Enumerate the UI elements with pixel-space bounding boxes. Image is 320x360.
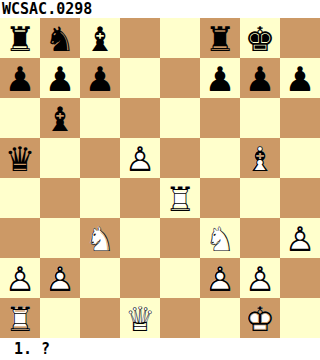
- square-d1[interactable]: ♛♕: [120, 298, 160, 338]
- square-e1[interactable]: [160, 298, 200, 338]
- square-d4[interactable]: [120, 178, 160, 218]
- square-c5[interactable]: [80, 138, 120, 178]
- move-prompt: 1. ?: [14, 340, 50, 358]
- square-a8[interactable]: ♜: [0, 18, 40, 58]
- piece-white-pawn: ♟♙: [200, 258, 240, 298]
- piece-white-knight: ♞♘: [200, 218, 240, 258]
- square-d7[interactable]: [120, 58, 160, 98]
- piece-black-king: ♚: [240, 18, 280, 58]
- piece-white-pawn: ♟♙: [40, 258, 80, 298]
- square-e7[interactable]: [160, 58, 200, 98]
- square-h3[interactable]: ♟♙: [280, 218, 320, 258]
- square-a7[interactable]: ♟: [0, 58, 40, 98]
- square-b2[interactable]: ♟♙: [40, 258, 80, 298]
- piece-white-pawn: ♟♙: [280, 218, 320, 258]
- piece-black-knight: ♞: [40, 18, 80, 58]
- square-g2[interactable]: ♟♙: [240, 258, 280, 298]
- square-b4[interactable]: [40, 178, 80, 218]
- square-g1[interactable]: ♚♔: [240, 298, 280, 338]
- square-a3[interactable]: [0, 218, 40, 258]
- piece-white-king: ♚♔: [240, 298, 280, 338]
- square-b3[interactable]: [40, 218, 80, 258]
- piece-black-pawn: ♟: [280, 58, 320, 98]
- square-e4[interactable]: ♜♖: [160, 178, 200, 218]
- square-h8[interactable]: [280, 18, 320, 58]
- square-b8[interactable]: ♞: [40, 18, 80, 58]
- square-h6[interactable]: [280, 98, 320, 138]
- square-c3[interactable]: ♞♘: [80, 218, 120, 258]
- square-f1[interactable]: [200, 298, 240, 338]
- square-c6[interactable]: [80, 98, 120, 138]
- square-b5[interactable]: [40, 138, 80, 178]
- square-d8[interactable]: [120, 18, 160, 58]
- square-e3[interactable]: [160, 218, 200, 258]
- square-d5[interactable]: ♟♙: [120, 138, 160, 178]
- square-g4[interactable]: [240, 178, 280, 218]
- square-g3[interactable]: [240, 218, 280, 258]
- square-f6[interactable]: [200, 98, 240, 138]
- square-h2[interactable]: [280, 258, 320, 298]
- square-h1[interactable]: [280, 298, 320, 338]
- piece-black-bishop: ♝: [80, 18, 120, 58]
- piece-black-pawn: ♟: [240, 58, 280, 98]
- piece-black-rook: ♜: [200, 18, 240, 58]
- piece-black-pawn: ♟: [200, 58, 240, 98]
- square-f5[interactable]: [200, 138, 240, 178]
- square-c7[interactable]: ♟: [80, 58, 120, 98]
- square-f3[interactable]: ♞♘: [200, 218, 240, 258]
- square-a6[interactable]: [0, 98, 40, 138]
- piece-black-pawn: ♟: [80, 58, 120, 98]
- piece-white-pawn: ♟♙: [120, 138, 160, 178]
- square-a4[interactable]: [0, 178, 40, 218]
- square-e8[interactable]: [160, 18, 200, 58]
- square-f2[interactable]: ♟♙: [200, 258, 240, 298]
- square-a1[interactable]: ♜♖: [0, 298, 40, 338]
- square-d2[interactable]: [120, 258, 160, 298]
- square-f8[interactable]: ♜: [200, 18, 240, 58]
- square-h4[interactable]: [280, 178, 320, 218]
- piece-white-pawn: ♟♙: [240, 258, 280, 298]
- square-e2[interactable]: [160, 258, 200, 298]
- piece-white-bishop: ♝♗: [240, 138, 280, 178]
- piece-black-bishop: ♝: [40, 98, 80, 138]
- puzzle-title: WCSAC.0298: [2, 0, 92, 18]
- title-bar: WCSAC.0298: [0, 0, 320, 18]
- piece-white-rook: ♜♖: [160, 178, 200, 218]
- square-c8[interactable]: ♝: [80, 18, 120, 58]
- piece-black-rook: ♜: [0, 18, 40, 58]
- piece-white-pawn: ♟♙: [0, 258, 40, 298]
- piece-white-knight: ♞♘: [80, 218, 120, 258]
- square-b1[interactable]: [40, 298, 80, 338]
- square-f7[interactable]: ♟: [200, 58, 240, 98]
- square-e6[interactable]: [160, 98, 200, 138]
- square-e5[interactable]: [160, 138, 200, 178]
- square-g8[interactable]: ♚: [240, 18, 280, 58]
- piece-white-queen: ♛♕: [120, 298, 160, 338]
- piece-black-queen: ♛: [0, 138, 40, 178]
- piece-black-pawn: ♟: [0, 58, 40, 98]
- square-c2[interactable]: [80, 258, 120, 298]
- square-a2[interactable]: ♟♙: [0, 258, 40, 298]
- square-h7[interactable]: ♟: [280, 58, 320, 98]
- piece-white-rook: ♜♖: [0, 298, 40, 338]
- move-prompt-bar: 1. ?: [0, 338, 320, 360]
- square-g5[interactable]: ♝♗: [240, 138, 280, 178]
- square-f4[interactable]: [200, 178, 240, 218]
- square-b7[interactable]: ♟: [40, 58, 80, 98]
- square-c1[interactable]: [80, 298, 120, 338]
- piece-black-pawn: ♟: [40, 58, 80, 98]
- square-a5[interactable]: ♛: [0, 138, 40, 178]
- square-g6[interactable]: [240, 98, 280, 138]
- square-d3[interactable]: [120, 218, 160, 258]
- square-d6[interactable]: [120, 98, 160, 138]
- square-g7[interactable]: ♟: [240, 58, 280, 98]
- square-h5[interactable]: [280, 138, 320, 178]
- square-c4[interactable]: [80, 178, 120, 218]
- chess-board: ♜♞♝♜♚♟♟♟♟♟♟♝♛♟♙♝♗♜♖♞♘♞♘♟♙♟♙♟♙♟♙♟♙♜♖♛♕♚♔: [0, 18, 320, 338]
- square-b6[interactable]: ♝: [40, 98, 80, 138]
